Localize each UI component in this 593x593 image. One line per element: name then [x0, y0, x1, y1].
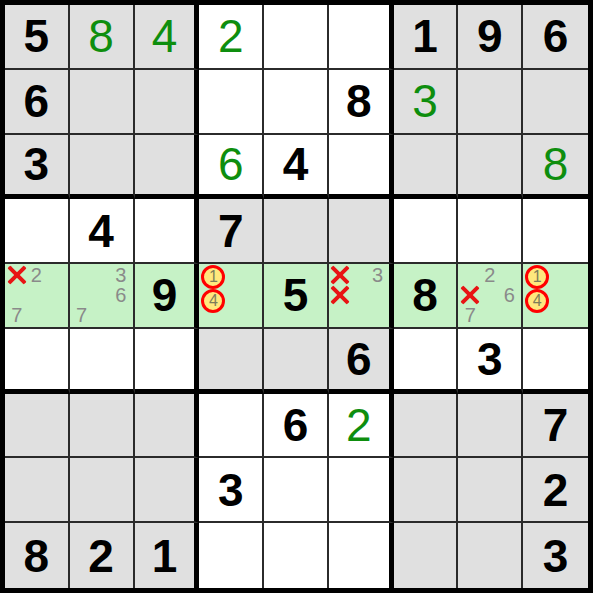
x-cross-icon [7, 266, 26, 285]
pencil-slot-empty [111, 305, 131, 325]
cell-r5c7[interactable]: 8 [394, 264, 459, 329]
given-digit: 1 [412, 13, 438, 59]
pencil-slot-empty [368, 285, 386, 305]
cell-r8c9[interactable]: 2 [523, 458, 588, 523]
pencil-slot-empty [480, 285, 500, 305]
cell-r5c6[interactable]: 3 [329, 264, 394, 329]
pencil-mark-7: 7 [7, 305, 27, 325]
cell-r9c8[interactable] [458, 523, 523, 588]
solved-digit: 2 [346, 402, 372, 448]
pencil-slot-empty [91, 285, 111, 305]
pencil-mark-7: 7 [460, 305, 480, 325]
pencil-slot-empty [225, 289, 242, 313]
cell-r4c2[interactable]: 4 [70, 199, 135, 264]
pencil-slot-empty [91, 265, 111, 285]
cell-r2c6[interactable]: 8 [329, 70, 394, 135]
pencil-slot-empty [568, 289, 586, 313]
cell-r7c3[interactable] [135, 394, 200, 459]
cell-r5c8[interactable]: 267 [458, 264, 523, 329]
pencil-grid: 267 [460, 265, 519, 325]
circle-highlight-icon: 4 [201, 289, 225, 313]
cell-r6c7[interactable] [394, 329, 459, 394]
cell-r4c7[interactable] [394, 199, 459, 264]
cell-r3c6[interactable] [329, 135, 394, 200]
cell-r1c8[interactable]: 9 [458, 5, 523, 70]
cell-r4c9[interactable] [523, 199, 588, 264]
cell-r5c2[interactable]: 367 [70, 264, 135, 329]
cell-r4c3[interactable] [135, 199, 200, 264]
cell-r9c6[interactable] [329, 523, 394, 588]
pencil-slot-empty [500, 305, 520, 325]
given-digit: 4 [283, 141, 309, 187]
given-digit: 7 [218, 208, 244, 254]
given-digit: 8 [346, 78, 372, 124]
given-digit: 5 [24, 13, 50, 59]
eliminated-candidate-1 [331, 265, 350, 285]
cell-r2c1[interactable]: 6 [5, 70, 70, 135]
given-digit: 7 [543, 402, 569, 448]
cell-r6c8[interactable]: 3 [458, 329, 523, 394]
cell-r6c3[interactable] [135, 329, 200, 394]
pencil-slot-empty [350, 285, 368, 305]
pencil-slot-empty [7, 285, 27, 305]
solved-digit: 6 [218, 141, 244, 187]
pencil-grid: 3 [331, 265, 387, 325]
given-digit: 6 [283, 402, 309, 448]
pencil-mark-2: 2 [27, 265, 47, 285]
x-cross-icon [331, 266, 350, 285]
pencil-slot-empty [549, 289, 567, 313]
cell-r3c7[interactable] [394, 135, 459, 200]
cell-r6c9[interactable] [523, 329, 588, 394]
pencil-slot-empty [72, 285, 92, 305]
given-digit: 5 [283, 272, 309, 318]
pencil-slot-empty [331, 305, 350, 325]
cell-r8c1[interactable] [5, 458, 70, 523]
cell-r3c4[interactable]: 6 [199, 135, 264, 200]
cell-r9c7[interactable] [394, 523, 459, 588]
pencil-slot-empty [201, 313, 225, 325]
pencil-slot-empty [225, 313, 242, 325]
cell-r8c8[interactable] [458, 458, 523, 523]
circled-candidate-1: 1 [525, 265, 549, 289]
given-digit: 6 [346, 336, 372, 382]
given-digit: 2 [543, 467, 569, 513]
cell-r3c5[interactable]: 4 [264, 135, 329, 200]
cell-r8c5[interactable] [264, 458, 329, 523]
x-cross-icon [461, 286, 480, 305]
cell-r8c2[interactable] [70, 458, 135, 523]
pencil-slot-empty [525, 313, 549, 325]
cell-r3c2[interactable] [70, 135, 135, 200]
solved-digit: 2 [218, 13, 244, 59]
circle-highlight-icon: 1 [525, 265, 549, 289]
given-digit: 3 [218, 467, 244, 513]
cell-r4c8[interactable] [458, 199, 523, 264]
given-digit: 4 [88, 208, 114, 254]
sudoku-board: 5842196683364847273679145382671463627328… [0, 0, 593, 593]
cell-r2c4[interactable] [199, 70, 264, 135]
cell-r1c4[interactable]: 2 [199, 5, 264, 70]
pencil-mark-6: 6 [500, 285, 520, 305]
pencil-mark-7: 7 [72, 305, 92, 325]
pencil-mark-3: 3 [111, 265, 131, 285]
cell-r7c7[interactable] [394, 394, 459, 459]
cell-r2c7[interactable]: 3 [394, 70, 459, 135]
pencil-slot-empty [350, 305, 368, 325]
pencil-slot-empty [500, 265, 520, 285]
given-digit: 9 [477, 13, 503, 59]
cell-r9c5[interactable] [264, 523, 329, 588]
pencil-slot-empty [460, 265, 480, 285]
given-digit: 1 [152, 533, 178, 579]
given-digit: 9 [152, 272, 178, 318]
cell-r1c1[interactable]: 5 [5, 5, 70, 70]
cell-r3c9[interactable]: 8 [523, 135, 588, 200]
cell-r5c5[interactable]: 5 [264, 264, 329, 329]
cell-r4c4[interactable]: 7 [199, 199, 264, 264]
given-digit: 6 [24, 78, 50, 124]
cell-r8c7[interactable] [394, 458, 459, 523]
given-digit: 2 [88, 533, 114, 579]
cell-r5c4[interactable]: 14 [199, 264, 264, 329]
eliminated-candidate-1 [7, 265, 27, 285]
cell-r1c6[interactable] [329, 5, 394, 70]
cell-r4c5[interactable] [264, 199, 329, 264]
cell-r1c9[interactable]: 6 [523, 5, 588, 70]
cell-r5c1[interactable]: 27 [5, 264, 70, 329]
pencil-slot-empty [549, 265, 567, 289]
given-digit: 3 [543, 533, 569, 579]
cell-r9c1[interactable]: 8 [5, 523, 70, 588]
cell-r7c2[interactable] [70, 394, 135, 459]
cell-r9c9[interactable]: 3 [523, 523, 588, 588]
pencil-slot-empty [243, 313, 260, 325]
pencil-grid: 27 [7, 265, 66, 325]
cell-r4c1[interactable] [5, 199, 70, 264]
pencil-slot-empty [27, 305, 47, 325]
pencil-slot-empty [225, 265, 242, 289]
cell-r7c1[interactable] [5, 394, 70, 459]
pencil-slot-empty [480, 305, 500, 325]
cell-r7c9[interactable]: 7 [523, 394, 588, 459]
cell-r2c3[interactable] [135, 70, 200, 135]
cell-r2c5[interactable] [264, 70, 329, 135]
pencil-grid: 14 [201, 265, 260, 325]
cell-r2c8[interactable] [458, 70, 523, 135]
eliminated-candidate-4 [331, 285, 350, 305]
cell-r6c6[interactable]: 6 [329, 329, 394, 394]
circle-highlight-icon: 4 [525, 289, 549, 313]
circled-candidate-1: 1 [201, 265, 225, 289]
pencil-slot-empty [243, 289, 260, 313]
pencil-slot-empty [46, 265, 66, 285]
pencil-slot-empty [568, 313, 586, 325]
solved-digit: 4 [152, 13, 178, 59]
cell-r1c3[interactable]: 4 [135, 5, 200, 70]
cell-r1c7[interactable]: 1 [394, 5, 459, 70]
cell-r7c5[interactable]: 6 [264, 394, 329, 459]
cell-r2c9[interactable] [523, 70, 588, 135]
solved-digit: 3 [412, 78, 438, 124]
pencil-slot-empty [46, 285, 66, 305]
cell-r6c4[interactable] [199, 329, 264, 394]
cell-r2c2[interactable] [70, 70, 135, 135]
pencil-mark-3: 3 [368, 265, 386, 285]
pencil-slot-empty [72, 265, 92, 285]
cell-r3c8[interactable] [458, 135, 523, 200]
pencil-slot-empty [368, 305, 386, 325]
cell-r3c1[interactable]: 3 [5, 135, 70, 200]
given-digit: 8 [24, 533, 50, 579]
pencil-slot-empty [27, 285, 47, 305]
cell-r6c5[interactable] [264, 329, 329, 394]
cell-r7c8[interactable] [458, 394, 523, 459]
given-digit: 3 [24, 141, 50, 187]
pencil-mark-2: 2 [480, 265, 500, 285]
solved-digit: 8 [88, 13, 114, 59]
circled-candidate-4: 4 [525, 289, 549, 313]
cell-r8c3[interactable] [135, 458, 200, 523]
pencil-slot-empty [243, 265, 260, 289]
given-digit: 6 [543, 13, 569, 59]
cell-r5c9[interactable]: 14 [523, 264, 588, 329]
cell-r6c1[interactable] [5, 329, 70, 394]
pencil-slot-empty [350, 265, 368, 285]
cell-r9c3[interactable]: 1 [135, 523, 200, 588]
cell-r9c4[interactable] [199, 523, 264, 588]
circled-candidate-4: 4 [201, 289, 225, 313]
cell-r1c2[interactable]: 8 [70, 5, 135, 70]
cell-r5c3[interactable]: 9 [135, 264, 200, 329]
pencil-slot-empty [46, 305, 66, 325]
pencil-mark-6: 6 [111, 285, 131, 305]
cell-r8c6[interactable] [329, 458, 394, 523]
solved-digit: 8 [543, 141, 569, 187]
pencil-slot-empty [91, 305, 111, 325]
cell-r7c6[interactable]: 2 [329, 394, 394, 459]
cell-r4c6[interactable] [329, 199, 394, 264]
pencil-grid: 367 [72, 265, 131, 325]
cell-r1c5[interactable] [264, 5, 329, 70]
cell-r9c2[interactable]: 2 [70, 523, 135, 588]
eliminated-candidate-4 [460, 285, 480, 305]
given-digit: 3 [477, 336, 503, 382]
circle-highlight-icon: 1 [201, 265, 225, 289]
pencil-slot-empty [549, 313, 567, 325]
pencil-grid: 14 [525, 265, 586, 325]
x-cross-icon [331, 286, 350, 305]
cell-r7c4[interactable] [199, 394, 264, 459]
cell-r6c2[interactable] [70, 329, 135, 394]
cell-r8c4[interactable]: 3 [199, 458, 264, 523]
cell-r3c3[interactable] [135, 135, 200, 200]
given-digit: 8 [412, 272, 438, 318]
pencil-slot-empty [568, 265, 586, 289]
